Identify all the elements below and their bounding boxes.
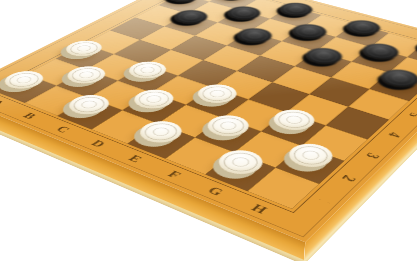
black-piece-e7[interactable] xyxy=(286,21,333,41)
black-piece-b8[interactable] xyxy=(212,0,255,1)
black-piece-d8[interactable] xyxy=(274,0,318,18)
white-piece-d2[interactable] xyxy=(126,86,181,112)
black-piece-f8[interactable] xyxy=(340,17,386,37)
square-g7[interactable] xyxy=(351,46,407,72)
black-piece-a7[interactable] xyxy=(161,0,205,4)
checkers-photo: ABCDEFGH 87654321 xyxy=(0,0,417,261)
square-b2[interactable] xyxy=(56,69,117,97)
perspective-scene: ABCDEFGH 87654321 xyxy=(0,0,417,261)
checkers-board: ABCDEFGH 87654321 xyxy=(0,0,417,242)
white-piece-g3[interactable] xyxy=(265,105,321,134)
